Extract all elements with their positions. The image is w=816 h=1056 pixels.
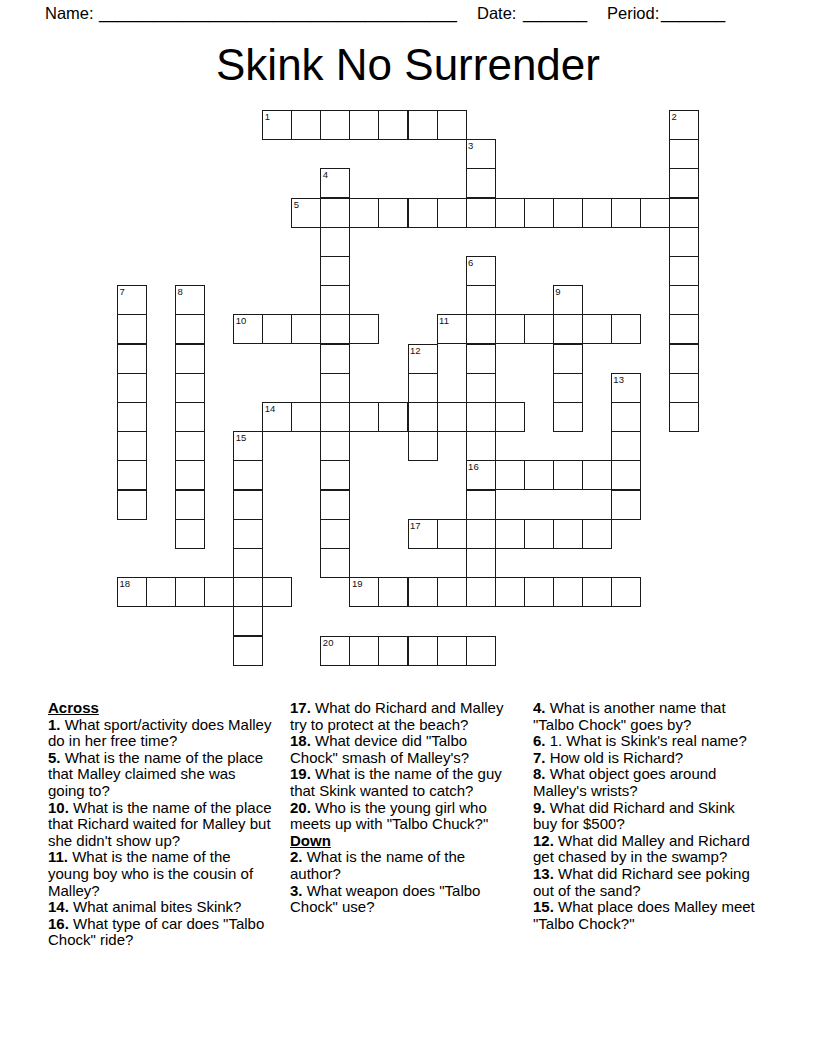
grid-cell-13-16[interactable]	[495, 577, 525, 607]
cell-number-4: 4	[323, 170, 328, 180]
grid-cell-9-16[interactable]	[378, 577, 408, 607]
grid-cell-13-12[interactable]	[495, 460, 525, 490]
grid-cell-19-10[interactable]	[669, 402, 699, 432]
grid-cell-17-3[interactable]	[611, 198, 641, 228]
grid-cell-12-7[interactable]	[466, 314, 496, 344]
cell-number-7: 7	[120, 287, 125, 297]
grid-cell-0-12[interactable]	[117, 460, 147, 490]
grid-cell-4-18[interactable]	[233, 636, 263, 666]
grid-cell-12-2[interactable]	[466, 168, 496, 198]
cell-number-20: 20	[323, 638, 334, 648]
grid-cell-15-9[interactable]	[553, 373, 583, 403]
cell-number-19: 19	[352, 579, 363, 589]
grid-cell-8-10[interactable]	[349, 402, 379, 432]
clue-down-13: 13. What did Richard see poking out of t…	[533, 866, 757, 899]
cell-number-17: 17	[410, 521, 421, 531]
grid-cell-15-10[interactable]	[553, 402, 583, 432]
grid-cell-0-7[interactable]	[117, 314, 147, 344]
clue-down-6: 6. 1. What is Skink's real name?	[533, 733, 757, 750]
clue-across-5: 5. What is the name of the place that Ma…	[48, 750, 272, 800]
grid-cell-4-12[interactable]	[233, 460, 263, 490]
grid-cell-12-6[interactable]	[466, 285, 496, 315]
grid-cell-8-18[interactable]	[349, 636, 379, 666]
clue-down-4: 4. What is another name that "Talbo Choc…	[533, 700, 757, 733]
clue-heading-down: Down	[290, 833, 514, 850]
period-blank[interactable]: _______	[661, 4, 725, 23]
grid-cell-7-5[interactable]	[320, 256, 350, 286]
grid-cell-15-8[interactable]	[553, 344, 583, 374]
grid-cell-17-16[interactable]	[611, 577, 641, 607]
grid-cell-4-17[interactable]	[233, 606, 263, 636]
grid-cell-17-10[interactable]	[611, 402, 641, 432]
grid-cell-9-3[interactable]	[378, 198, 408, 228]
worksheet-page: Name: __________________________________…	[0, 0, 816, 1056]
grid-cell-8-3[interactable]	[349, 198, 379, 228]
grid-cell-1-16[interactable]	[146, 577, 176, 607]
grid-cell-18-3[interactable]	[640, 198, 670, 228]
date-label: Date:	[477, 4, 516, 23]
grid-cell-14-14[interactable]	[524, 519, 554, 549]
grid-cell-6-0[interactable]	[291, 110, 321, 140]
grid-cell-2-16[interactable]	[175, 577, 205, 607]
grid-cell-14-7[interactable]	[524, 314, 554, 344]
cell-number-12: 12	[410, 346, 421, 356]
grid-cell-19-3[interactable]	[669, 198, 699, 228]
name-blank[interactable]: _______________________________________	[99, 4, 457, 23]
grid-cell-19-6[interactable]	[669, 285, 699, 315]
grid-cell-2-13[interactable]	[175, 490, 205, 520]
grid-cell-3-16[interactable]	[204, 577, 234, 607]
grid-cell-16-16[interactable]	[582, 577, 612, 607]
cell-number-5: 5	[294, 200, 299, 210]
clue-across-16: 16. What type of car does "Talbo Chock" …	[48, 916, 272, 949]
grid-cell-7-12[interactable]	[320, 460, 350, 490]
grid-cell-19-2[interactable]	[669, 168, 699, 198]
grid-cell-2-9[interactable]	[175, 373, 205, 403]
cell-number-2: 2	[671, 112, 676, 122]
grid-cell-7-0[interactable]	[320, 110, 350, 140]
grid-cell-7-4[interactable]	[320, 227, 350, 257]
grid-cell-15-12[interactable]	[553, 460, 583, 490]
grid-cell-15-7[interactable]	[553, 314, 583, 344]
grid-cell-2-7[interactable]	[175, 314, 205, 344]
grid-cell-0-10[interactable]	[117, 402, 147, 432]
grid-cell-13-3[interactable]	[495, 198, 525, 228]
grid-cell-4-14[interactable]	[233, 519, 263, 549]
grid-cell-19-8[interactable]	[669, 344, 699, 374]
crossword-grid: 1234567891011121314151617181920	[117, 110, 700, 666]
grid-cell-12-10[interactable]	[466, 402, 496, 432]
grid-cell-9-10[interactable]	[378, 402, 408, 432]
grid-cell-10-18[interactable]	[408, 636, 438, 666]
grid-cell-17-11[interactable]	[611, 431, 641, 461]
clue-down-2: 2. What is the name of the author?	[290, 849, 514, 882]
grid-cell-17-13[interactable]	[611, 490, 641, 520]
grid-cell-10-16[interactable]	[408, 577, 438, 607]
cell-number-10: 10	[236, 316, 247, 326]
grid-cell-14-3[interactable]	[524, 198, 554, 228]
grid-cell-4-15[interactable]	[233, 548, 263, 578]
cell-number-6: 6	[468, 258, 473, 268]
grid-cell-15-3[interactable]	[553, 198, 583, 228]
clues-column-3: 4. What is another name that "Talbo Choc…	[533, 700, 757, 932]
grid-cell-11-14[interactable]	[437, 519, 467, 549]
cell-number-14: 14	[265, 404, 276, 414]
cell-number-11: 11	[439, 316, 449, 326]
clue-across-17: 17. What do Richard and Malley try to pr…	[290, 700, 514, 733]
grid-cell-12-8[interactable]	[466, 344, 496, 374]
grid-cell-13-10[interactable]	[495, 402, 525, 432]
puzzle-title: Skink No Surrender	[0, 40, 816, 90]
clues-column-1: Across1. What sport/activity does Malley…	[48, 700, 272, 949]
grid-cell-4-16[interactable]	[233, 577, 263, 607]
grid-cell-12-13[interactable]	[466, 490, 496, 520]
grid-cell-17-7[interactable]	[611, 314, 641, 344]
grid-cell-0-11[interactable]	[117, 431, 147, 461]
grid-cell-0-13[interactable]	[117, 490, 147, 520]
grid-cell-19-5[interactable]	[669, 256, 699, 286]
grid-cell-7-6[interactable]	[320, 285, 350, 315]
grid-cell-10-3[interactable]	[408, 198, 438, 228]
grid-cell-2-14[interactable]	[175, 519, 205, 549]
grid-cell-11-16[interactable]	[437, 577, 467, 607]
grid-cell-8-0[interactable]	[349, 110, 379, 140]
clue-down-7: 7. How old is Richard?	[533, 750, 757, 767]
clue-down-8: 8. What object goes around Malley's wris…	[533, 766, 757, 799]
grid-cell-16-12[interactable]	[582, 460, 612, 490]
grid-cell-8-7[interactable]	[349, 314, 379, 344]
grid-cell-2-12[interactable]	[175, 460, 205, 490]
grid-cell-0-8[interactable]	[117, 344, 147, 374]
grid-cell-6-7[interactable]	[291, 314, 321, 344]
grid-cell-12-3[interactable]	[466, 198, 496, 228]
clue-down-15: 15. What place does Malley meet "Talbo C…	[533, 899, 757, 932]
grid-cell-19-1[interactable]	[669, 139, 699, 169]
grid-cell-12-9[interactable]	[466, 373, 496, 403]
grid-cell-16-14[interactable]	[582, 519, 612, 549]
clue-down-12: 12. What did Malley and Richard get chas…	[533, 833, 757, 866]
clue-across-14: 14. What animal bites Skink?	[48, 899, 272, 916]
grid-cell-12-11[interactable]	[466, 431, 496, 461]
grid-cell-15-14[interactable]	[553, 519, 583, 549]
cell-number-1: 1	[265, 112, 270, 122]
grid-cell-19-7[interactable]	[669, 314, 699, 344]
grid-cell-6-10[interactable]	[291, 402, 321, 432]
cell-number-8: 8	[178, 287, 183, 297]
cell-number-16: 16	[468, 462, 479, 472]
grid-cell-2-8[interactable]	[175, 344, 205, 374]
grid-cell-7-9[interactable]	[320, 373, 350, 403]
grid-cell-13-7[interactable]	[495, 314, 525, 344]
grid-cell-2-11[interactable]	[175, 431, 205, 461]
clue-across-11: 11. What is the name of the young boy wh…	[48, 849, 272, 899]
cell-number-9: 9	[555, 287, 560, 297]
grid-cell-10-10[interactable]	[408, 402, 438, 432]
clue-down-9: 9. What did Richard and Skink buy for $5…	[533, 800, 757, 833]
grid-cell-10-0[interactable]	[408, 110, 438, 140]
cell-number-18: 18	[120, 579, 131, 589]
grid-cell-10-11[interactable]	[408, 431, 438, 461]
grid-cell-7-11[interactable]	[320, 431, 350, 461]
grid-cell-14-12[interactable]	[524, 460, 554, 490]
cell-number-13: 13	[613, 375, 624, 385]
clues-column-2: 17. What do Richard and Malley try to pr…	[290, 700, 514, 916]
grid-cell-7-7[interactable]	[320, 314, 350, 344]
grid-cell-7-14[interactable]	[320, 519, 350, 549]
grid-cell-11-0[interactable]	[437, 110, 467, 140]
grid-cell-17-12[interactable]	[611, 460, 641, 490]
clue-across-10: 10. What is the name of the place that R…	[48, 800, 272, 850]
grid-cell-12-14[interactable]	[466, 519, 496, 549]
period-label: Period:	[607, 4, 659, 23]
grid-cell-12-18[interactable]	[466, 636, 496, 666]
clue-down-3: 3. What weapon does "Talbo Chock" use?	[290, 883, 514, 916]
grid-cell-15-16[interactable]	[553, 577, 583, 607]
clue-across-18: 18. What device did "Talbo Chock" smash …	[290, 733, 514, 766]
grid-cell-13-14[interactable]	[495, 519, 525, 549]
grid-cell-7-3[interactable]	[320, 198, 350, 228]
grid-cell-14-16[interactable]	[524, 577, 554, 607]
grid-cell-11-3[interactable]	[437, 198, 467, 228]
grid-cell-16-7[interactable]	[582, 314, 612, 344]
grid-cell-4-13[interactable]	[233, 490, 263, 520]
cell-number-15: 15	[236, 433, 247, 443]
grid-cell-12-15[interactable]	[466, 548, 496, 578]
grid-cell-5-7[interactable]	[262, 314, 292, 344]
grid-cell-11-10[interactable]	[437, 402, 467, 432]
grid-cell-7-15[interactable]	[320, 548, 350, 578]
grid-cell-7-8[interactable]	[320, 344, 350, 374]
clue-across-20: 20. Who is the young girl who meets up w…	[290, 800, 514, 833]
grid-cell-9-0[interactable]	[378, 110, 408, 140]
grid-cell-2-10[interactable]	[175, 402, 205, 432]
cell-number-3: 3	[468, 141, 473, 151]
grid-cell-19-4[interactable]	[669, 227, 699, 257]
grid-cell-11-18[interactable]	[437, 636, 467, 666]
clue-across-19: 19. What is the name of the guy that Ski…	[290, 766, 514, 799]
grid-cell-12-16[interactable]	[466, 577, 496, 607]
name-label: Name:	[45, 4, 94, 23]
grid-cell-19-9[interactable]	[669, 373, 699, 403]
date-blank[interactable]: _______	[523, 4, 587, 23]
grid-cell-9-18[interactable]	[378, 636, 408, 666]
grid-cell-7-13[interactable]	[320, 490, 350, 520]
clue-across-1: 1. What sport/activity does Malley do in…	[48, 717, 272, 750]
grid-cell-10-9[interactable]	[408, 373, 438, 403]
grid-cell-5-16[interactable]	[262, 577, 292, 607]
grid-cell-16-3[interactable]	[582, 198, 612, 228]
grid-cell-7-10[interactable]	[320, 402, 350, 432]
grid-cell-0-9[interactable]	[117, 373, 147, 403]
clue-heading-across: Across	[48, 700, 272, 717]
